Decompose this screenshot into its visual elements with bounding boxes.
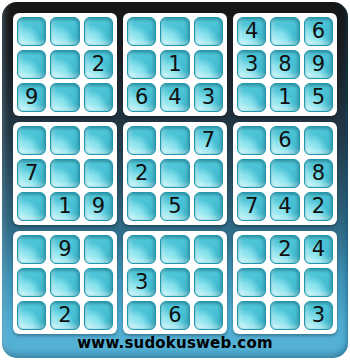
cell-r9c6[interactable] bbox=[194, 301, 223, 330]
cell-r8c2[interactable] bbox=[50, 268, 79, 297]
cell-r3c8[interactable]: 1 bbox=[270, 83, 299, 112]
cell-r5c6[interactable] bbox=[194, 159, 223, 188]
box-1-1: 29 bbox=[13, 13, 117, 116]
cell-r3c5[interactable]: 4 bbox=[160, 83, 189, 112]
cell-r3c3[interactable] bbox=[84, 83, 113, 112]
cell-r1c7[interactable]: 4 bbox=[237, 17, 266, 46]
box-3-2: 36 bbox=[123, 231, 227, 334]
cell-r2c4[interactable] bbox=[127, 50, 156, 79]
cell-r9c4[interactable] bbox=[127, 301, 156, 330]
cell-r1c4[interactable] bbox=[127, 17, 156, 46]
box-1-2: 1643 bbox=[123, 13, 227, 116]
cell-r6c3[interactable]: 9 bbox=[84, 192, 113, 221]
cell-r2c8[interactable]: 8 bbox=[270, 50, 299, 79]
cell-r6c5[interactable]: 5 bbox=[160, 192, 189, 221]
cell-r4c4[interactable] bbox=[127, 126, 156, 155]
cell-r5c9[interactable]: 8 bbox=[304, 159, 333, 188]
cell-r4c1[interactable] bbox=[17, 126, 46, 155]
cell-r9c9[interactable]: 3 bbox=[304, 301, 333, 330]
cell-r9c2[interactable]: 2 bbox=[50, 301, 79, 330]
site-url-label: www.sudokusweb.com bbox=[2, 334, 348, 352]
cell-r6c8[interactable]: 4 bbox=[270, 192, 299, 221]
cell-r2c3[interactable]: 2 bbox=[84, 50, 113, 79]
cell-r8c1[interactable] bbox=[17, 268, 46, 297]
cell-r9c5[interactable]: 6 bbox=[160, 301, 189, 330]
cell-r6c9[interactable]: 2 bbox=[304, 192, 333, 221]
cell-r4c9[interactable] bbox=[304, 126, 333, 155]
cell-r1c8[interactable] bbox=[270, 17, 299, 46]
cell-r7c2[interactable]: 9 bbox=[50, 235, 79, 264]
cell-r2c6[interactable] bbox=[194, 50, 223, 79]
cell-r6c1[interactable] bbox=[17, 192, 46, 221]
box-1-3: 4638915 bbox=[233, 13, 337, 116]
cell-r8c6[interactable] bbox=[194, 268, 223, 297]
cell-r1c3[interactable] bbox=[84, 17, 113, 46]
box-2-1: 719 bbox=[13, 122, 117, 225]
cell-r3c4[interactable]: 6 bbox=[127, 83, 156, 112]
cell-r5c2[interactable] bbox=[50, 159, 79, 188]
cell-r4c2[interactable] bbox=[50, 126, 79, 155]
cell-r5c3[interactable] bbox=[84, 159, 113, 188]
cell-r1c5[interactable] bbox=[160, 17, 189, 46]
cell-r5c1[interactable]: 7 bbox=[17, 159, 46, 188]
cell-r4c6[interactable]: 7 bbox=[194, 126, 223, 155]
cell-r4c7[interactable] bbox=[237, 126, 266, 155]
cell-r5c7[interactable] bbox=[237, 159, 266, 188]
cell-r3c9[interactable]: 5 bbox=[304, 83, 333, 112]
cell-r4c8[interactable]: 6 bbox=[270, 126, 299, 155]
cell-r7c6[interactable] bbox=[194, 235, 223, 264]
cell-r2c7[interactable]: 3 bbox=[237, 50, 266, 79]
cell-r3c2[interactable] bbox=[50, 83, 79, 112]
cell-r8c7[interactable] bbox=[237, 268, 266, 297]
cell-r2c2[interactable] bbox=[50, 50, 79, 79]
cell-r8c4[interactable]: 3 bbox=[127, 268, 156, 297]
box-2-3: 68742 bbox=[233, 122, 337, 225]
sudoku-grid: 2916434638915719725687429236243 bbox=[13, 13, 337, 334]
cell-r1c6[interactable] bbox=[194, 17, 223, 46]
cell-r6c7[interactable]: 7 bbox=[237, 192, 266, 221]
cell-r6c4[interactable] bbox=[127, 192, 156, 221]
cell-r5c8[interactable] bbox=[270, 159, 299, 188]
cell-r3c1[interactable]: 9 bbox=[17, 83, 46, 112]
cell-r5c5[interactable] bbox=[160, 159, 189, 188]
cell-r1c9[interactable]: 6 bbox=[304, 17, 333, 46]
cell-r2c1[interactable] bbox=[17, 50, 46, 79]
cell-r1c1[interactable] bbox=[17, 17, 46, 46]
cell-r5c4[interactable]: 2 bbox=[127, 159, 156, 188]
board-frame: 2916434638915719725687429236243 www.sudo… bbox=[2, 2, 348, 358]
cell-r9c1[interactable] bbox=[17, 301, 46, 330]
cell-r8c9[interactable] bbox=[304, 268, 333, 297]
cell-r7c8[interactable]: 2 bbox=[270, 235, 299, 264]
cell-r7c9[interactable]: 4 bbox=[304, 235, 333, 264]
cell-r3c7[interactable] bbox=[237, 83, 266, 112]
box-3-3: 243 bbox=[233, 231, 337, 334]
cell-r7c3[interactable] bbox=[84, 235, 113, 264]
cell-r8c5[interactable] bbox=[160, 268, 189, 297]
cell-r6c6[interactable] bbox=[194, 192, 223, 221]
cell-r2c9[interactable]: 9 bbox=[304, 50, 333, 79]
box-2-2: 725 bbox=[123, 122, 227, 225]
cell-r1c2[interactable] bbox=[50, 17, 79, 46]
cell-r9c7[interactable] bbox=[237, 301, 266, 330]
cell-r2c5[interactable]: 1 bbox=[160, 50, 189, 79]
cell-r9c3[interactable] bbox=[84, 301, 113, 330]
cell-r4c5[interactable] bbox=[160, 126, 189, 155]
cell-r7c4[interactable] bbox=[127, 235, 156, 264]
cell-r6c2[interactable]: 1 bbox=[50, 192, 79, 221]
cell-r7c5[interactable] bbox=[160, 235, 189, 264]
cell-r9c8[interactable] bbox=[270, 301, 299, 330]
cell-r8c3[interactable] bbox=[84, 268, 113, 297]
cell-r8c8[interactable] bbox=[270, 268, 299, 297]
cell-r4c3[interactable] bbox=[84, 126, 113, 155]
cell-r7c7[interactable] bbox=[237, 235, 266, 264]
cell-r3c6[interactable]: 3 bbox=[194, 83, 223, 112]
cell-r7c1[interactable] bbox=[17, 235, 46, 264]
box-3-1: 92 bbox=[13, 231, 117, 334]
